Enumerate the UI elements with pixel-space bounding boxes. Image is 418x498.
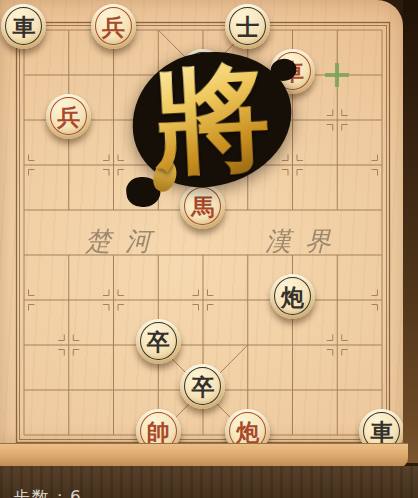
move-count-label: 步数：6 (13, 486, 83, 498)
piece-red-兵[interactable]: 兵 (46, 94, 91, 139)
piece-glyph: 炮 (274, 277, 311, 315)
piece-black-車[interactable]: 車 (1, 4, 46, 49)
piece-glyph: 卒 (184, 367, 221, 405)
board-front-edge (0, 443, 408, 468)
check-glyph: 將 (145, 47, 280, 190)
piece-glyph: 兵 (50, 97, 87, 135)
piece-red-馬[interactable]: 馬 (180, 184, 225, 229)
piece-black-卒[interactable]: 卒 (180, 364, 225, 409)
piece-glyph: 卒 (140, 322, 177, 360)
board-side-edge (403, 0, 418, 463)
piece-glyph: 車 (5, 7, 42, 45)
piece-glyph: 兵 (95, 7, 132, 45)
piece-red-兵[interactable]: 兵 (91, 4, 136, 49)
piece-black-炮[interactable]: 炮 (270, 274, 315, 319)
piece-glyph: 馬 (184, 187, 221, 225)
xiangqi-app-screen: 楚河 漢界 車兵士士車兵將馬炮卒卒帥炮車 將 步数：6 (0, 0, 418, 498)
piece-glyph: 士 (229, 7, 266, 45)
piece-black-士[interactable]: 士 (225, 4, 270, 49)
piece-black-卒[interactable]: 卒 (136, 319, 181, 364)
